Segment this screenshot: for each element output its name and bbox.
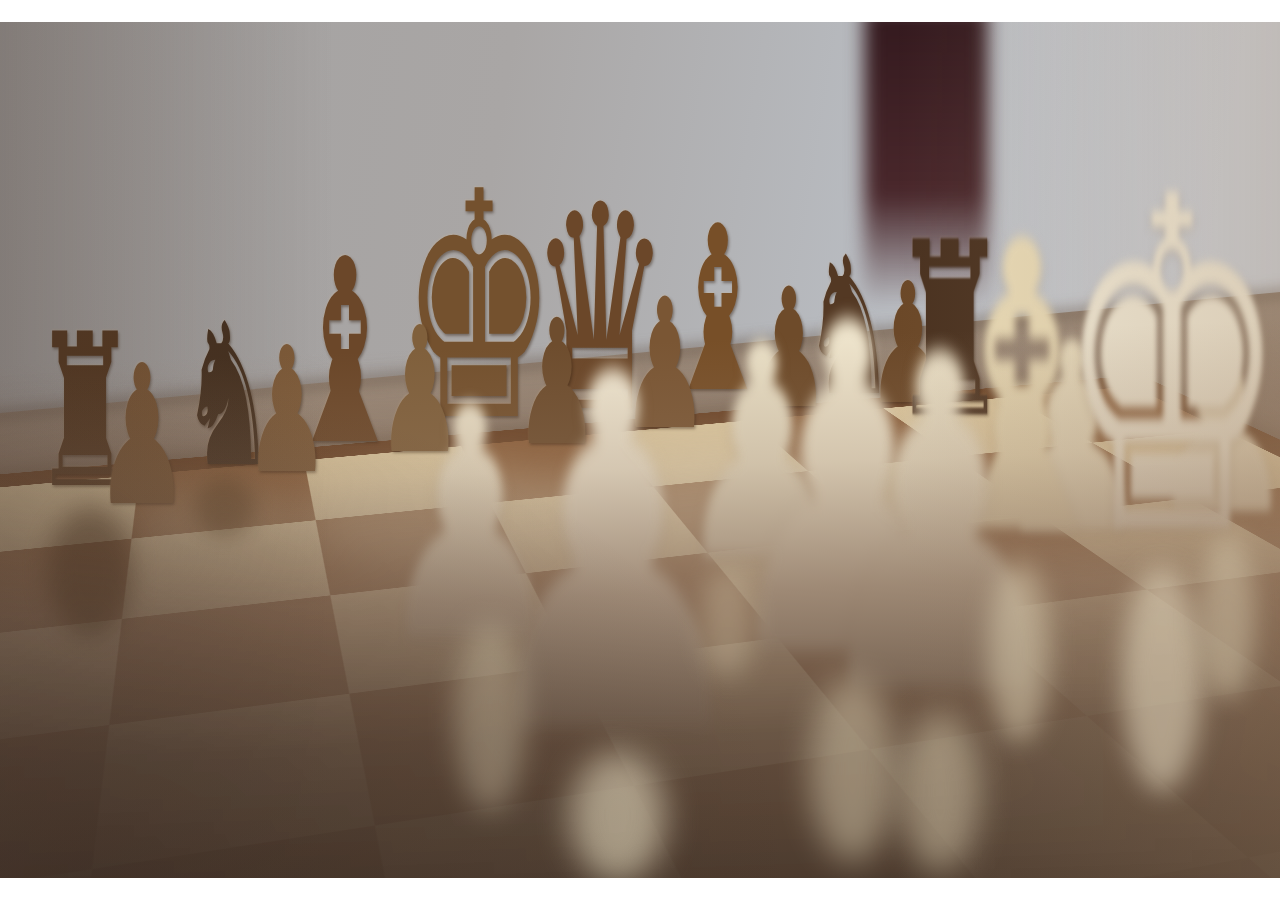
chess-photo: ♜♟♞♟♝♟♚♟♛♟♝♟♞♟♜♟♟♟♟♟♝♟♚♟ <box>0 22 1280 878</box>
bottom-margin <box>0 878 1280 900</box>
vignette <box>0 22 1280 878</box>
top-margin <box>0 0 1280 22</box>
photo-frame: ♜♟♞♟♝♟♚♟♛♟♝♟♞♟♜♟♟♟♟♟♝♟♚♟ <box>0 0 1280 900</box>
